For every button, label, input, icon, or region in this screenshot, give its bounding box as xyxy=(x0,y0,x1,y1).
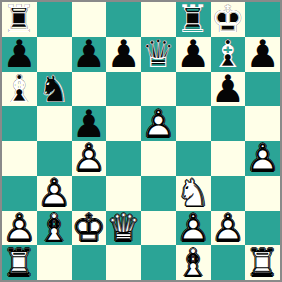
black-pawn-glyph: ♟ xyxy=(72,37,107,72)
piece-black-pawn[interactable]: ♟ xyxy=(211,72,246,107)
square-f7[interactable]: ♟ xyxy=(176,37,211,72)
white-bishop-detail: ♗ xyxy=(176,245,211,280)
piece-white-pawn[interactable]: ♟♙ xyxy=(141,106,176,141)
piece-black-queen[interactable]: ♛♕ xyxy=(141,37,176,72)
black-pawn-glyph: ♟ xyxy=(106,37,141,72)
white-bishop-detail: ♗ xyxy=(37,211,72,246)
black-pawn-glyph: ♟ xyxy=(211,72,246,107)
piece-white-rook[interactable]: ♜♖ xyxy=(2,245,37,280)
piece-white-pawn[interactable]: ♟♙ xyxy=(211,211,246,246)
square-g6[interactable]: ♟ xyxy=(211,72,246,107)
piece-white-bishop[interactable]: ♝♗ xyxy=(37,211,72,246)
square-f6[interactable] xyxy=(176,72,211,107)
square-h7[interactable]: ♟ xyxy=(245,37,280,72)
white-pawn-detail: ♙ xyxy=(141,106,176,141)
square-b5[interactable] xyxy=(37,106,72,141)
square-h3[interactable] xyxy=(245,176,280,211)
square-d2[interactable]: ♛♕ xyxy=(106,211,141,246)
square-g5[interactable] xyxy=(211,106,246,141)
square-b2[interactable]: ♝♗ xyxy=(37,211,72,246)
square-g1[interactable] xyxy=(211,245,246,280)
square-e5[interactable]: ♟♙ xyxy=(141,106,176,141)
chess-board-frame: ♜♖♜♖♚♔♟♟♟♛♕♟♝♗♟♝♗♞♘♟♟♟♙♟♙♟♙♟♙♞♘♟♙♝♗♚♔♛♕♟… xyxy=(0,0,282,282)
white-king-detail: ♔ xyxy=(72,211,107,246)
piece-black-bishop[interactable]: ♝♗ xyxy=(2,72,37,107)
white-rook-detail: ♖ xyxy=(2,245,37,280)
square-e3[interactable] xyxy=(141,176,176,211)
square-d1[interactable] xyxy=(106,245,141,280)
square-b8[interactable] xyxy=(37,2,72,37)
square-e7[interactable]: ♛♕ xyxy=(141,37,176,72)
black-pawn-glyph: ♟ xyxy=(176,37,211,72)
square-d7[interactable]: ♟ xyxy=(106,37,141,72)
square-e2[interactable] xyxy=(141,211,176,246)
square-c1[interactable] xyxy=(72,245,107,280)
square-d6[interactable] xyxy=(106,72,141,107)
white-rook-detail: ♖ xyxy=(245,245,280,280)
white-pawn-detail: ♙ xyxy=(245,141,280,176)
piece-white-pawn[interactable]: ♟♙ xyxy=(72,141,107,176)
white-pawn-detail: ♙ xyxy=(72,141,107,176)
square-h4[interactable]: ♟♙ xyxy=(245,141,280,176)
black-pawn-glyph: ♟ xyxy=(245,37,280,72)
black-knight-detail: ♘ xyxy=(37,72,72,107)
black-bishop-detail: ♗ xyxy=(2,72,37,107)
square-h6[interactable] xyxy=(245,72,280,107)
square-a4[interactable] xyxy=(2,141,37,176)
square-e1[interactable] xyxy=(141,245,176,280)
white-pawn-detail: ♙ xyxy=(211,211,246,246)
square-c7[interactable]: ♟ xyxy=(72,37,107,72)
square-c2[interactable]: ♚♔ xyxy=(72,211,107,246)
square-a1[interactable]: ♜♖ xyxy=(2,245,37,280)
piece-white-pawn[interactable]: ♟♙ xyxy=(245,141,280,176)
square-f1[interactable]: ♝♗ xyxy=(176,245,211,280)
piece-black-pawn[interactable]: ♟ xyxy=(106,37,141,72)
chess-board: ♜♖♜♖♚♔♟♟♟♛♕♟♝♗♟♝♗♞♘♟♟♟♙♟♙♟♙♟♙♞♘♟♙♝♗♚♔♛♕♟… xyxy=(2,2,280,280)
white-queen-detail: ♕ xyxy=(106,211,141,246)
piece-white-king[interactable]: ♚♔ xyxy=(72,211,107,246)
square-d5[interactable] xyxy=(106,106,141,141)
square-a5[interactable] xyxy=(2,106,37,141)
piece-white-bishop[interactable]: ♝♗ xyxy=(176,245,211,280)
piece-black-pawn[interactable]: ♟ xyxy=(245,37,280,72)
black-queen-detail: ♕ xyxy=(141,37,176,72)
piece-white-queen[interactable]: ♛♕ xyxy=(106,211,141,246)
piece-white-rook[interactable]: ♜♖ xyxy=(245,245,280,280)
square-g2[interactable]: ♟♙ xyxy=(211,211,246,246)
square-d4[interactable] xyxy=(106,141,141,176)
piece-black-pawn[interactable]: ♟ xyxy=(72,37,107,72)
piece-black-knight[interactable]: ♞♘ xyxy=(37,72,72,107)
piece-black-pawn[interactable]: ♟ xyxy=(176,37,211,72)
square-h1[interactable]: ♜♖ xyxy=(245,245,280,280)
square-a6[interactable]: ♝♗ xyxy=(2,72,37,107)
square-b1[interactable] xyxy=(37,245,72,280)
square-b6[interactable]: ♞♘ xyxy=(37,72,72,107)
square-c4[interactable]: ♟♙ xyxy=(72,141,107,176)
square-f5[interactable] xyxy=(176,106,211,141)
square-e4[interactable] xyxy=(141,141,176,176)
square-g4[interactable] xyxy=(211,141,246,176)
